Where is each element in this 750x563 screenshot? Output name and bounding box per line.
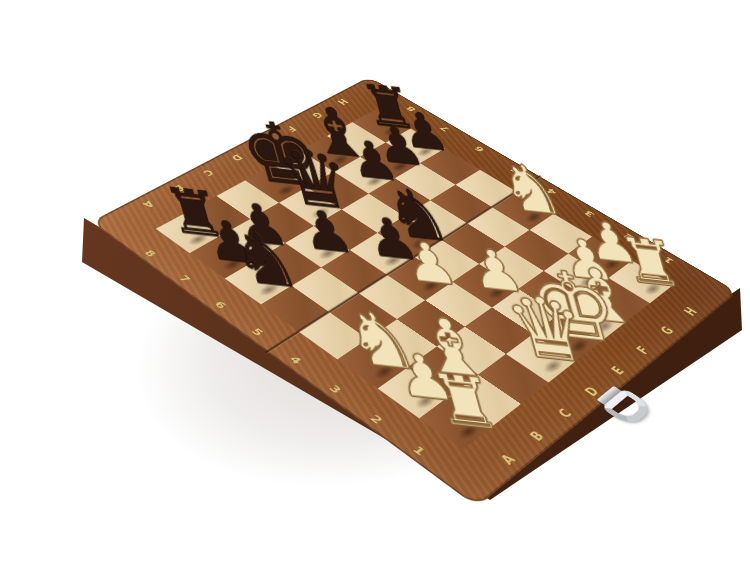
chess-piece-black-knight-a6[interactable]: ♞ — [201, 220, 329, 299]
chess-set-photo: ABCDEFGH ABCDEFGH 87654321 87654321 ♜♚♝♜… — [0, 0, 750, 563]
chess-board: ABCDEFGH ABCDEFGH 87654321 87654321 ♜♚♝♜… — [91, 76, 738, 506]
